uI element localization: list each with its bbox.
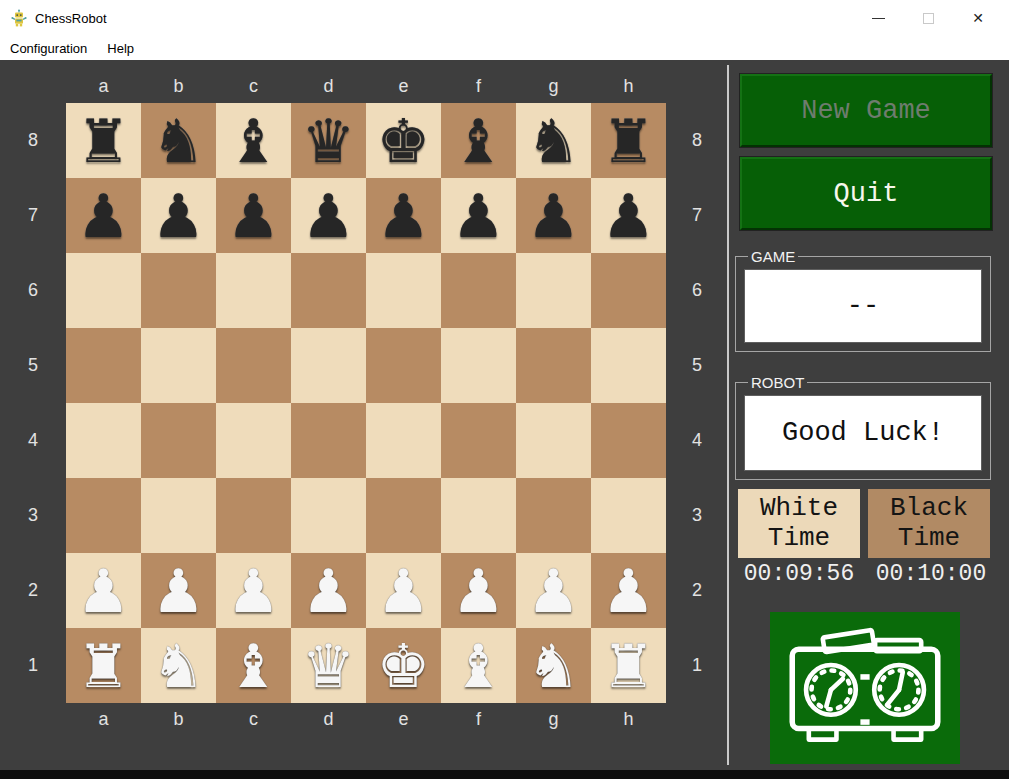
square-c7[interactable]: ♟ bbox=[216, 178, 291, 253]
robot-message-field: Good Luck! bbox=[744, 395, 982, 471]
square-c4[interactable] bbox=[216, 403, 291, 478]
black-knight: ♞ bbox=[152, 111, 206, 171]
black-pawn: ♟ bbox=[227, 186, 281, 246]
title-bar: ChessRobot ✕ bbox=[0, 0, 1009, 36]
white-bishop: ♝ bbox=[452, 636, 506, 696]
square-b4[interactable] bbox=[141, 403, 216, 478]
square-h4[interactable] bbox=[591, 403, 666, 478]
white-pawn: ♟ bbox=[602, 561, 656, 621]
square-g1[interactable]: ♞ bbox=[516, 628, 591, 703]
robot-groupbox-label: ROBOT bbox=[748, 374, 807, 391]
black-pawn: ♟ bbox=[527, 186, 581, 246]
square-e7[interactable]: ♟ bbox=[366, 178, 441, 253]
file-label-f: f bbox=[441, 73, 516, 99]
rank-label-8: 8 bbox=[666, 103, 728, 178]
square-h3[interactable] bbox=[591, 478, 666, 553]
rank-label-7: 7 bbox=[0, 178, 66, 253]
square-a6[interactable] bbox=[66, 253, 141, 328]
file-label-h: h bbox=[591, 73, 666, 99]
black-time-value: 00:10:00 bbox=[869, 561, 993, 587]
square-e8[interactable]: ♚ bbox=[366, 103, 441, 178]
black-pawn: ♟ bbox=[377, 186, 431, 246]
menu-bar: Configuration Help bbox=[0, 36, 1009, 60]
panel-divider bbox=[727, 65, 729, 765]
file-label-h: h bbox=[591, 706, 666, 732]
board-files-bottom: abcdefgh bbox=[66, 706, 666, 732]
black-pawn: ♟ bbox=[602, 186, 656, 246]
rank-label-5: 5 bbox=[666, 328, 728, 403]
chess-clock-icon bbox=[770, 612, 960, 764]
rank-label-4: 4 bbox=[666, 403, 728, 478]
file-label-e: e bbox=[366, 706, 441, 732]
black-pawn: ♟ bbox=[452, 186, 506, 246]
white-pawn: ♟ bbox=[377, 561, 431, 621]
square-d5[interactable] bbox=[291, 328, 366, 403]
rank-label-2: 2 bbox=[666, 553, 728, 628]
white-time-value: 00:09:56 bbox=[737, 561, 861, 587]
square-d7[interactable]: ♟ bbox=[291, 178, 366, 253]
main-content: abcdefgh abcdefgh 87654321 87654321 ♜♞♝♛… bbox=[0, 60, 1009, 770]
rank-label-1: 1 bbox=[0, 628, 66, 703]
white-queen: ♛ bbox=[302, 636, 356, 696]
square-h2[interactable]: ♟ bbox=[591, 553, 666, 628]
black-bishop: ♝ bbox=[227, 111, 281, 171]
rank-label-1: 1 bbox=[666, 628, 728, 703]
file-label-b: b bbox=[141, 706, 216, 732]
black-knight: ♞ bbox=[527, 111, 581, 171]
file-label-g: g bbox=[516, 706, 591, 732]
black-pawn: ♟ bbox=[302, 186, 356, 246]
new-game-button[interactable]: New Game bbox=[740, 74, 992, 147]
square-d4[interactable] bbox=[291, 403, 366, 478]
white-knight: ♞ bbox=[152, 636, 206, 696]
rank-label-4: 4 bbox=[0, 403, 66, 478]
file-label-d: d bbox=[291, 73, 366, 99]
white-knight: ♞ bbox=[527, 636, 581, 696]
board-files-top: abcdefgh bbox=[66, 73, 666, 99]
menu-help[interactable]: Help bbox=[97, 36, 144, 60]
square-e3[interactable] bbox=[366, 478, 441, 553]
square-b2[interactable]: ♟ bbox=[141, 553, 216, 628]
rank-label-6: 6 bbox=[666, 253, 728, 328]
square-e4[interactable] bbox=[366, 403, 441, 478]
file-label-g: g bbox=[516, 73, 591, 99]
square-b8[interactable]: ♞ bbox=[141, 103, 216, 178]
black-rook: ♜ bbox=[602, 111, 656, 171]
white-pawn: ♟ bbox=[452, 561, 506, 621]
file-label-a: a bbox=[66, 73, 141, 99]
black-rook: ♜ bbox=[77, 111, 131, 171]
square-d3[interactable] bbox=[291, 478, 366, 553]
black-king: ♚ bbox=[377, 111, 431, 171]
square-a2[interactable]: ♟ bbox=[66, 553, 141, 628]
minimize-button[interactable] bbox=[853, 0, 903, 36]
square-c3[interactable] bbox=[216, 478, 291, 553]
square-h7[interactable]: ♟ bbox=[591, 178, 666, 253]
square-f4[interactable] bbox=[441, 403, 516, 478]
rank-label-3: 3 bbox=[0, 478, 66, 553]
square-f6[interactable] bbox=[441, 253, 516, 328]
square-a1[interactable]: ♜ bbox=[66, 628, 141, 703]
robot-icon bbox=[10, 9, 28, 27]
square-b6[interactable] bbox=[141, 253, 216, 328]
white-rook: ♜ bbox=[77, 636, 131, 696]
white-king: ♚ bbox=[377, 636, 431, 696]
square-b7[interactable]: ♟ bbox=[141, 178, 216, 253]
white-rook: ♜ bbox=[602, 636, 656, 696]
square-e6[interactable] bbox=[366, 253, 441, 328]
square-f1[interactable]: ♝ bbox=[441, 628, 516, 703]
square-g5[interactable] bbox=[516, 328, 591, 403]
white-pawn: ♟ bbox=[302, 561, 356, 621]
maximize-icon bbox=[923, 13, 934, 24]
white-pawn: ♟ bbox=[152, 561, 206, 621]
file-label-c: c bbox=[216, 706, 291, 732]
close-button[interactable]: ✕ bbox=[953, 0, 1003, 36]
white-pawn: ♟ bbox=[227, 561, 281, 621]
menu-configuration[interactable]: Configuration bbox=[0, 36, 97, 60]
square-d8[interactable]: ♛ bbox=[291, 103, 366, 178]
square-d6[interactable] bbox=[291, 253, 366, 328]
square-a3[interactable] bbox=[66, 478, 141, 553]
square-h6[interactable] bbox=[591, 253, 666, 328]
bottom-bar bbox=[0, 770, 1009, 779]
square-f5[interactable] bbox=[441, 328, 516, 403]
square-d1[interactable]: ♛ bbox=[291, 628, 366, 703]
square-g6[interactable] bbox=[516, 253, 591, 328]
rank-label-5: 5 bbox=[0, 328, 66, 403]
white-pawn: ♟ bbox=[77, 561, 131, 621]
robot-groupbox: ROBOT Good Luck! bbox=[735, 374, 991, 480]
file-label-b: b bbox=[141, 73, 216, 99]
rank-label-7: 7 bbox=[666, 178, 728, 253]
file-label-a: a bbox=[66, 706, 141, 732]
square-c5[interactable] bbox=[216, 328, 291, 403]
square-c1[interactable]: ♝ bbox=[216, 628, 291, 703]
close-icon: ✕ bbox=[972, 11, 984, 25]
game-groupbox-label: GAME bbox=[748, 248, 798, 265]
square-b5[interactable] bbox=[141, 328, 216, 403]
square-g3[interactable] bbox=[516, 478, 591, 553]
chess-board: ♜♞♝♛♚♝♞♜♟♟♟♟♟♟♟♟♟♟♟♟♟♟♟♟♜♞♝♛♚♝♞♜ bbox=[66, 103, 666, 703]
minimize-icon bbox=[872, 18, 885, 19]
square-h1[interactable]: ♜ bbox=[591, 628, 666, 703]
square-h8[interactable]: ♜ bbox=[591, 103, 666, 178]
square-f7[interactable]: ♟ bbox=[441, 178, 516, 253]
square-b3[interactable] bbox=[141, 478, 216, 553]
square-a4[interactable] bbox=[66, 403, 141, 478]
black-pawn: ♟ bbox=[77, 186, 131, 246]
square-e5[interactable] bbox=[366, 328, 441, 403]
board-ranks-left: 87654321 bbox=[0, 103, 66, 703]
square-e2[interactable]: ♟ bbox=[366, 553, 441, 628]
square-g8[interactable]: ♞ bbox=[516, 103, 591, 178]
black-pawn: ♟ bbox=[152, 186, 206, 246]
square-g4[interactable] bbox=[516, 403, 591, 478]
square-d2[interactable]: ♟ bbox=[291, 553, 366, 628]
square-g7[interactable]: ♟ bbox=[516, 178, 591, 253]
square-c6[interactable] bbox=[216, 253, 291, 328]
square-f8[interactable]: ♝ bbox=[441, 103, 516, 178]
maximize-button[interactable] bbox=[903, 0, 953, 36]
game-status-field: -- bbox=[744, 269, 982, 343]
square-f3[interactable] bbox=[441, 478, 516, 553]
file-label-d: d bbox=[291, 706, 366, 732]
square-c8[interactable]: ♝ bbox=[216, 103, 291, 178]
window-title: ChessRobot bbox=[35, 11, 107, 26]
white-pawn: ♟ bbox=[527, 561, 581, 621]
chessrobot-window: ChessRobot ✕ Configuration Help abcdefgh… bbox=[0, 0, 1009, 779]
square-a7[interactable]: ♟ bbox=[66, 178, 141, 253]
quit-button[interactable]: Quit bbox=[740, 157, 992, 230]
rank-label-8: 8 bbox=[0, 103, 66, 178]
black-queen: ♛ bbox=[302, 111, 356, 171]
white-bishop: ♝ bbox=[227, 636, 281, 696]
file-label-c: c bbox=[216, 73, 291, 99]
square-b1[interactable]: ♞ bbox=[141, 628, 216, 703]
rank-label-6: 6 bbox=[0, 253, 66, 328]
file-label-e: e bbox=[366, 73, 441, 99]
file-label-f: f bbox=[441, 706, 516, 732]
square-e1[interactable]: ♚ bbox=[366, 628, 441, 703]
square-c2[interactable]: ♟ bbox=[216, 553, 291, 628]
rank-label-2: 2 bbox=[0, 553, 66, 628]
window-controls: ✕ bbox=[853, 0, 1009, 36]
board-ranks-right: 87654321 bbox=[666, 103, 728, 703]
black-time-label: Black Time bbox=[868, 489, 990, 558]
game-groupbox: GAME -- bbox=[735, 248, 991, 352]
square-a8[interactable]: ♜ bbox=[66, 103, 141, 178]
square-g2[interactable]: ♟ bbox=[516, 553, 591, 628]
square-h5[interactable] bbox=[591, 328, 666, 403]
rank-label-3: 3 bbox=[666, 478, 728, 553]
square-f2[interactable]: ♟ bbox=[441, 553, 516, 628]
white-time-label: White Time bbox=[738, 489, 860, 558]
black-bishop: ♝ bbox=[452, 111, 506, 171]
square-a5[interactable] bbox=[66, 328, 141, 403]
